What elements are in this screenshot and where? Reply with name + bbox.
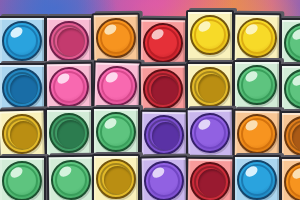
ball-pressed-core (57, 28, 84, 56)
purple-ball-dim (144, 115, 184, 155)
tile-r4c1-green-lit[interactable] (0, 156, 46, 200)
blue-ball-dim (2, 68, 42, 108)
purple-ball-lit (190, 113, 231, 154)
green-ball-lit (284, 69, 300, 109)
tile-r1c4-red-lit[interactable] (139, 18, 187, 70)
tile-r2c1-blue-dim[interactable] (0, 63, 46, 115)
yellow-ball-lit (190, 15, 230, 55)
green-ball-lit (96, 112, 136, 152)
red-ball-lit (143, 23, 183, 63)
tile-r3c6-orange-lit[interactable] (233, 109, 282, 162)
tile-r2c2-pink-lit[interactable] (45, 62, 93, 114)
tile-r4c2-green-lit[interactable] (47, 155, 96, 200)
tile-r4c7-orange-lit[interactable] (280, 157, 300, 200)
tile-r1c1-blue-lit[interactable] (0, 16, 46, 68)
tile-r3c1-yellow-dim[interactable] (0, 108, 47, 161)
tile-r1c2-pink-dim[interactable] (45, 16, 93, 68)
orange-ball-dim (284, 116, 300, 156)
puzzle-board (0, 0, 300, 200)
yellow-ball-lit (237, 18, 278, 59)
tile-r3c7-orange-dim[interactable] (280, 111, 300, 163)
tile-r3c5-purple-lit[interactable] (186, 108, 235, 161)
green-ball-lit (51, 160, 92, 200)
tile-r1c5-yellow-lit[interactable] (186, 10, 234, 62)
ball-pressed-core (152, 122, 179, 150)
tile-r2c3-pink-lit[interactable] (92, 60, 141, 113)
tile-r2c6-green-lit[interactable] (233, 60, 281, 112)
pink-ball-lit (49, 67, 89, 107)
tile-r2c4-red-dim[interactable] (139, 64, 188, 117)
ball-pressed-core (198, 74, 225, 102)
ball-pressed-core (104, 166, 131, 194)
red-ball-dim (143, 69, 184, 110)
ball-pressed-core (57, 120, 84, 148)
orange-ball-lit (237, 114, 278, 155)
tile-r4c3-yellow-dim[interactable] (92, 154, 140, 200)
tile-r2c5-yellow-dim[interactable] (186, 62, 234, 114)
orange-ball-lit (284, 162, 300, 200)
tile-r4c4-purple-lit[interactable] (140, 156, 189, 200)
tile-r3c4-purple-dim[interactable] (140, 110, 188, 162)
yellow-ball-dim (1, 113, 42, 154)
green-ball-dim (49, 113, 89, 153)
red-ball-dim (190, 162, 231, 200)
pink-ball-dim (49, 21, 89, 61)
orange-ball-lit (96, 18, 137, 59)
blue-ball-lit (237, 160, 277, 200)
tile-r3c3-green-lit[interactable] (92, 107, 140, 159)
yellow-ball-dim (190, 67, 230, 107)
green-ball-lit (2, 161, 42, 200)
blue-ball-lit (2, 21, 42, 61)
tile-r3c2-green-dim[interactable] (45, 108, 93, 160)
tile-r1c6-yellow-lit[interactable] (233, 13, 282, 66)
tile-r4c5-red-dim[interactable] (186, 157, 235, 200)
yellow-ball-dim (96, 159, 136, 199)
ball-pressed-core (10, 75, 37, 103)
green-ball-lit (237, 65, 277, 105)
tile-r2c7-green-lit[interactable] (280, 64, 300, 116)
pink-ball-lit (97, 65, 138, 106)
green-ball-lit (284, 23, 300, 63)
tile-r4c6-blue-lit[interactable] (233, 155, 281, 200)
purple-ball-lit (144, 161, 185, 200)
tile-r1c7-green-lit[interactable] (280, 18, 300, 70)
game-screen (0, 0, 300, 200)
tile-r1c3-orange-lit[interactable] (92, 13, 141, 66)
